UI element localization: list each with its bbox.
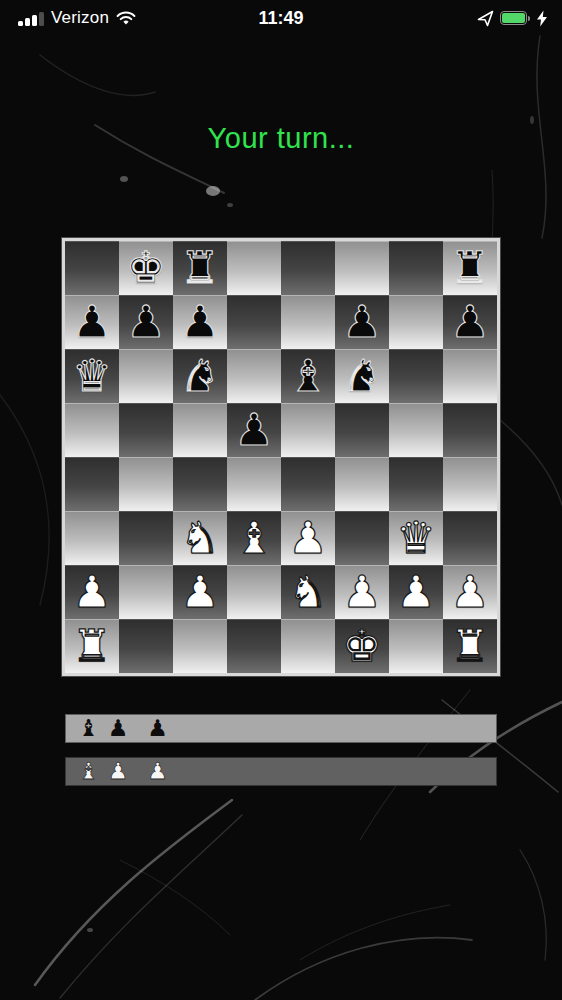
piece-black-knight[interactable]: ♞ (342, 349, 381, 403)
square-e3[interactable]: ♟ (281, 511, 335, 565)
piece-white-pawn[interactable]: ♟ (180, 565, 219, 619)
square-e6[interactable]: ♝ (281, 349, 335, 403)
square-g7[interactable] (389, 295, 443, 349)
square-e2[interactable]: ♞ (281, 565, 335, 619)
square-g4[interactable] (389, 457, 443, 511)
square-g8[interactable] (389, 241, 443, 295)
square-c8[interactable]: ♜ (173, 241, 227, 295)
captured-black-bishop: ♝ (78, 715, 99, 742)
charging-bolt-icon (536, 10, 548, 27)
square-f6[interactable]: ♞ (335, 349, 389, 403)
square-g5[interactable] (389, 403, 443, 457)
captured-black-tray: ♝♟♟ (65, 714, 497, 743)
piece-white-knight[interactable]: ♞ (180, 511, 219, 565)
cellular-signal-icon (18, 11, 44, 26)
square-g6[interactable] (389, 349, 443, 403)
piece-white-king[interactable]: ♚ (342, 619, 381, 673)
square-d5[interactable]: ♟ (227, 403, 281, 457)
piece-white-queen[interactable]: ♛ (396, 511, 435, 565)
square-a1[interactable]: ♜ (65, 619, 119, 673)
captured-white-tray: ♝♟♟ (65, 757, 497, 786)
square-c7[interactable]: ♟ (173, 295, 227, 349)
square-h6[interactable] (443, 349, 497, 403)
piece-black-bishop[interactable]: ♝ (288, 349, 327, 403)
captured-white-pawn: ♟ (108, 758, 129, 785)
captured-black-pawn: ♟ (108, 715, 129, 742)
piece-black-rook[interactable]: ♜ (450, 241, 489, 295)
wifi-icon (116, 11, 136, 26)
square-c1[interactable] (173, 619, 227, 673)
square-h5[interactable] (443, 403, 497, 457)
square-b2[interactable] (119, 565, 173, 619)
square-d3[interactable]: ♝ (227, 511, 281, 565)
square-f3[interactable] (335, 511, 389, 565)
piece-white-rook[interactable]: ♜ (450, 619, 489, 673)
square-f4[interactable] (335, 457, 389, 511)
piece-black-pawn[interactable]: ♟ (126, 295, 165, 349)
square-f1[interactable]: ♚ (335, 619, 389, 673)
square-e7[interactable] (281, 295, 335, 349)
square-d6[interactable] (227, 349, 281, 403)
square-d1[interactable] (227, 619, 281, 673)
square-b8[interactable]: ♚ (119, 241, 173, 295)
captured-white-bishop: ♝ (78, 758, 99, 785)
piece-white-pawn[interactable]: ♟ (72, 565, 111, 619)
square-c3[interactable]: ♞ (173, 511, 227, 565)
square-a6[interactable]: ♛ (65, 349, 119, 403)
square-g1[interactable] (389, 619, 443, 673)
piece-white-pawn[interactable]: ♟ (342, 565, 381, 619)
location-arrow-icon (477, 10, 494, 27)
square-g3[interactable]: ♛ (389, 511, 443, 565)
piece-black-knight[interactable]: ♞ (180, 349, 219, 403)
piece-white-pawn[interactable]: ♟ (396, 565, 435, 619)
square-g2[interactable]: ♟ (389, 565, 443, 619)
square-a8[interactable] (65, 241, 119, 295)
chess-board[interactable]: ♚♜♜♟♟♟♟♟♛♞♝♞♟♞♝♟♛♟♟♞♟♟♟♜♚♜ (62, 238, 500, 676)
square-c2[interactable]: ♟ (173, 565, 227, 619)
square-c4[interactable] (173, 457, 227, 511)
square-f7[interactable]: ♟ (335, 295, 389, 349)
status-bar: Verizon 11:49 (0, 0, 562, 36)
piece-black-pawn[interactable]: ♟ (72, 295, 111, 349)
square-c5[interactable] (173, 403, 227, 457)
square-b4[interactable] (119, 457, 173, 511)
square-d8[interactable] (227, 241, 281, 295)
square-a3[interactable] (65, 511, 119, 565)
square-d2[interactable] (227, 565, 281, 619)
captured-black-pawn: ♟ (147, 715, 168, 742)
square-f5[interactable] (335, 403, 389, 457)
square-e1[interactable] (281, 619, 335, 673)
piece-white-knight[interactable]: ♞ (288, 565, 327, 619)
piece-white-pawn[interactable]: ♟ (288, 511, 327, 565)
piece-black-pawn[interactable]: ♟ (450, 295, 489, 349)
square-b1[interactable] (119, 619, 173, 673)
piece-black-rook[interactable]: ♜ (180, 241, 219, 295)
carrier-label: Verizon (51, 8, 109, 28)
square-b6[interactable] (119, 349, 173, 403)
square-b7[interactable]: ♟ (119, 295, 173, 349)
piece-black-queen[interactable]: ♛ (72, 349, 111, 403)
square-b5[interactable] (119, 403, 173, 457)
piece-black-pawn[interactable]: ♟ (342, 295, 381, 349)
square-f8[interactable] (335, 241, 389, 295)
turn-indicator: Your turn... (0, 122, 562, 155)
square-h8[interactable]: ♜ (443, 241, 497, 295)
piece-white-pawn[interactable]: ♟ (450, 565, 489, 619)
square-e8[interactable] (281, 241, 335, 295)
square-e5[interactable] (281, 403, 335, 457)
square-h7[interactable]: ♟ (443, 295, 497, 349)
square-h2[interactable]: ♟ (443, 565, 497, 619)
piece-white-rook[interactable]: ♜ (72, 619, 111, 673)
square-a5[interactable] (65, 403, 119, 457)
square-d7[interactable] (227, 295, 281, 349)
square-h4[interactable] (443, 457, 497, 511)
square-d4[interactable] (227, 457, 281, 511)
square-a4[interactable] (65, 457, 119, 511)
square-c6[interactable]: ♞ (173, 349, 227, 403)
square-e4[interactable] (281, 457, 335, 511)
square-a7[interactable]: ♟ (65, 295, 119, 349)
captured-white-pawn: ♟ (147, 758, 168, 785)
square-b3[interactable] (119, 511, 173, 565)
piece-black-pawn[interactable]: ♟ (180, 295, 219, 349)
square-h1[interactable]: ♜ (443, 619, 497, 673)
square-a2[interactable]: ♟ (65, 565, 119, 619)
square-f2[interactable]: ♟ (335, 565, 389, 619)
piece-white-bishop[interactable]: ♝ (234, 511, 273, 565)
battery-icon (500, 11, 530, 25)
piece-black-pawn[interactable]: ♟ (234, 403, 273, 457)
piece-black-king[interactable]: ♚ (126, 241, 165, 295)
square-h3[interactable] (443, 511, 497, 565)
